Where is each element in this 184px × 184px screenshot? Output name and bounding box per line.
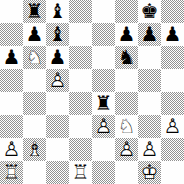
square-h7[interactable]: ♟	[161, 23, 184, 46]
square-e8[interactable]	[92, 0, 115, 23]
white-king: ♚♔	[138, 161, 161, 184]
black-pawn: ♟	[0, 46, 23, 69]
chess-board: ♜♝♚♟♝♟♟♟♟♞♘♟♞♟♙♜♟♙♞♘♟♙♟♙♝♗♟♙♟♙♜♖♜♖♚♔	[0, 0, 184, 184]
square-d5[interactable]	[69, 69, 92, 92]
square-f8[interactable]	[115, 0, 138, 23]
square-d1[interactable]: ♜♖	[69, 161, 92, 184]
square-c2[interactable]	[46, 138, 69, 161]
square-f2[interactable]: ♟♙	[115, 138, 138, 161]
square-e3[interactable]: ♟♙	[92, 115, 115, 138]
white-pawn: ♟♙	[46, 69, 69, 92]
square-f7[interactable]: ♟	[115, 23, 138, 46]
square-g1[interactable]: ♚♔	[138, 161, 161, 184]
black-pawn: ♟	[161, 23, 184, 46]
white-pawn: ♟♙	[115, 138, 138, 161]
square-b7[interactable]: ♟	[23, 23, 46, 46]
black-knight: ♞	[115, 46, 138, 69]
black-rook: ♜	[23, 0, 46, 23]
white-pawn-glyph: ♙	[92, 115, 115, 138]
square-g4[interactable]	[138, 92, 161, 115]
white-pawn-glyph: ♙	[138, 138, 161, 161]
black-knight-glyph: ♞	[115, 46, 138, 69]
white-pawn-glyph: ♙	[115, 138, 138, 161]
square-e2[interactable]	[92, 138, 115, 161]
black-pawn: ♟	[115, 23, 138, 46]
white-pawn: ♟♙	[138, 138, 161, 161]
black-bishop: ♝	[46, 23, 69, 46]
square-f4[interactable]	[115, 92, 138, 115]
white-pawn-glyph: ♙	[0, 138, 23, 161]
square-a3[interactable]	[0, 115, 23, 138]
square-c4[interactable]	[46, 92, 69, 115]
square-b8[interactable]: ♜	[23, 0, 46, 23]
square-c6[interactable]: ♟	[46, 46, 69, 69]
square-h4[interactable]	[161, 92, 184, 115]
black-pawn-glyph: ♟	[161, 23, 184, 46]
square-f3[interactable]: ♞♘	[115, 115, 138, 138]
white-rook: ♜♖	[69, 161, 92, 184]
square-h2[interactable]	[161, 138, 184, 161]
square-g2[interactable]: ♟♙	[138, 138, 161, 161]
square-g8[interactable]: ♚	[138, 0, 161, 23]
black-pawn-glyph: ♟	[115, 23, 138, 46]
black-pawn-glyph: ♟	[23, 23, 46, 46]
white-bishop-glyph: ♗	[23, 138, 46, 161]
square-e5[interactable]	[92, 69, 115, 92]
square-a8[interactable]	[0, 0, 23, 23]
square-g5[interactable]	[138, 69, 161, 92]
square-d8[interactable]	[69, 0, 92, 23]
square-f5[interactable]	[115, 69, 138, 92]
black-bishop-glyph: ♝	[46, 0, 69, 23]
black-bishop: ♝	[46, 0, 69, 23]
square-d2[interactable]	[69, 138, 92, 161]
square-a1[interactable]: ♜♖	[0, 161, 23, 184]
square-d6[interactable]	[69, 46, 92, 69]
black-pawn-glyph: ♟	[138, 23, 161, 46]
square-b4[interactable]	[23, 92, 46, 115]
black-rook: ♜	[92, 92, 115, 115]
square-c7[interactable]: ♝	[46, 23, 69, 46]
black-rook-glyph: ♜	[92, 92, 115, 115]
white-pawn-glyph: ♙	[161, 115, 184, 138]
black-pawn-glyph: ♟	[46, 46, 69, 69]
square-a6[interactable]: ♟	[0, 46, 23, 69]
square-a4[interactable]	[0, 92, 23, 115]
black-pawn: ♟	[23, 23, 46, 46]
white-rook: ♜♖	[0, 161, 23, 184]
square-c5[interactable]: ♟♙	[46, 69, 69, 92]
square-a2[interactable]: ♟♙	[0, 138, 23, 161]
square-g3[interactable]	[138, 115, 161, 138]
square-h8[interactable]	[161, 0, 184, 23]
square-b6[interactable]: ♞♘	[23, 46, 46, 69]
square-f6[interactable]: ♞	[115, 46, 138, 69]
square-c3[interactable]	[46, 115, 69, 138]
square-d3[interactable]	[69, 115, 92, 138]
black-pawn: ♟	[46, 46, 69, 69]
square-h3[interactable]: ♟♙	[161, 115, 184, 138]
black-pawn-glyph: ♟	[0, 46, 23, 69]
square-c8[interactable]: ♝	[46, 0, 69, 23]
square-b1[interactable]	[23, 161, 46, 184]
square-d4[interactable]	[69, 92, 92, 115]
square-e1[interactable]	[92, 161, 115, 184]
black-king-glyph: ♚	[138, 0, 161, 23]
square-h5[interactable]	[161, 69, 184, 92]
black-pawn: ♟	[138, 23, 161, 46]
square-e7[interactable]	[92, 23, 115, 46]
square-h1[interactable]	[161, 161, 184, 184]
square-a7[interactable]	[0, 23, 23, 46]
square-f1[interactable]	[115, 161, 138, 184]
white-knight-glyph: ♘	[115, 115, 138, 138]
square-e4[interactable]: ♜	[92, 92, 115, 115]
white-king-glyph: ♔	[138, 161, 161, 184]
white-rook-glyph: ♖	[69, 161, 92, 184]
white-pawn: ♟♙	[92, 115, 115, 138]
square-g6[interactable]	[138, 46, 161, 69]
black-bishop-glyph: ♝	[46, 23, 69, 46]
square-h6[interactable]	[161, 46, 184, 69]
white-pawn: ♟♙	[0, 138, 23, 161]
square-b2[interactable]: ♝♗	[23, 138, 46, 161]
square-e6[interactable]	[92, 46, 115, 69]
square-d7[interactable]	[69, 23, 92, 46]
white-knight: ♞♘	[23, 46, 46, 69]
white-knight: ♞♘	[115, 115, 138, 138]
square-a5[interactable]	[0, 69, 23, 92]
square-b5[interactable]	[23, 69, 46, 92]
white-knight-glyph: ♘	[23, 46, 46, 69]
square-c1[interactable]	[46, 161, 69, 184]
white-pawn: ♟♙	[161, 115, 184, 138]
black-king: ♚	[138, 0, 161, 23]
square-b3[interactable]	[23, 115, 46, 138]
white-pawn-glyph: ♙	[46, 69, 69, 92]
black-rook-glyph: ♜	[23, 0, 46, 23]
white-bishop: ♝♗	[23, 138, 46, 161]
square-g7[interactable]: ♟	[138, 23, 161, 46]
white-rook-glyph: ♖	[0, 161, 23, 184]
